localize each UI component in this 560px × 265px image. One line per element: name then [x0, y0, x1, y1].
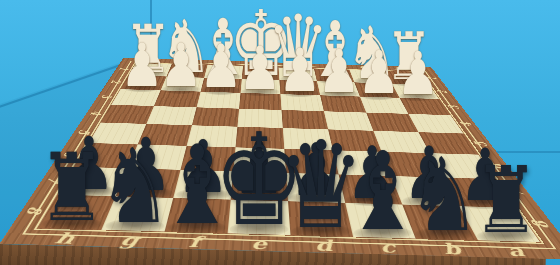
piece-white-pawn-g2[interactable]: ♟: [160, 36, 203, 96]
piece-black-rook-a8[interactable]: ♜: [473, 155, 539, 247]
piece-black-knight-b8[interactable]: ♞: [408, 145, 481, 247]
photo-scene: hhggffeeddccbbaa1122334455667788 ♜♞♝♛♚♝♞…: [0, 0, 560, 265]
piece-black-rook-h8[interactable]: ♜: [39, 141, 106, 235]
piece-white-pawn-d2[interactable]: ♟: [279, 40, 322, 100]
piece-white-pawn-a2[interactable]: ♟: [397, 44, 440, 103]
piece-white-pawn-f2[interactable]: ♟: [199, 38, 242, 98]
piece-white-pawn-b2[interactable]: ♟: [357, 43, 400, 102]
piece-white-pawn-h2[interactable]: ♟: [120, 35, 163, 95]
pieces-layer: ♜♞♝♛♚♝♞♜♟♟♟♟♟♟♟♟♟♟♟♟♟♟♟♟♜♞♝♛♚♝♞♜: [0, 0, 560, 265]
piece-white-pawn-c2[interactable]: ♟: [318, 42, 361, 102]
piece-white-pawn-e2[interactable]: ♟: [239, 39, 282, 99]
